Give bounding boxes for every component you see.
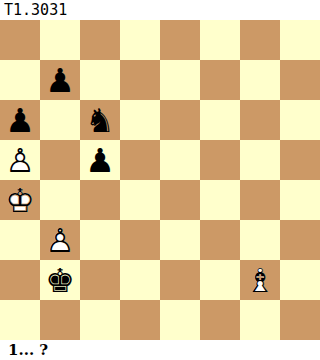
square-h7[interactable] [280,60,320,100]
square-b7[interactable]: ♟ [40,60,80,100]
chess-board: ♟♟♞♟♙♟♚♔♟♙♚♝♗ [0,20,320,340]
square-b5[interactable] [40,140,80,180]
square-f3[interactable] [200,220,240,260]
square-f4[interactable] [200,180,240,220]
piece-glyph: ♙ [0,140,40,180]
square-d7[interactable] [120,60,160,100]
square-d5[interactable] [120,140,160,180]
piece-black-pawn[interactable]: ♟ [40,60,80,100]
square-a5[interactable]: ♟♙ [0,140,40,180]
puzzle-id: T1.3031 [0,0,320,20]
piece-glyph: ♗ [240,260,280,300]
square-g2[interactable]: ♝♗ [240,260,280,300]
square-e6[interactable] [160,100,200,140]
square-h8[interactable] [280,20,320,60]
square-g7[interactable] [240,60,280,100]
square-a7[interactable] [0,60,40,100]
square-e5[interactable] [160,140,200,180]
square-e2[interactable] [160,260,200,300]
piece-glyph: ♔ [0,180,40,220]
square-f7[interactable] [200,60,240,100]
square-d8[interactable] [120,20,160,60]
square-f2[interactable] [200,260,240,300]
piece-black-knight[interactable]: ♞ [80,100,120,140]
square-f1[interactable] [200,300,240,340]
square-c1[interactable] [80,300,120,340]
square-g4[interactable] [240,180,280,220]
square-c6[interactable]: ♞ [80,100,120,140]
square-c5[interactable]: ♟ [80,140,120,180]
square-b2[interactable]: ♚ [40,260,80,300]
square-h3[interactable] [280,220,320,260]
square-g5[interactable] [240,140,280,180]
square-h2[interactable] [280,260,320,300]
square-g3[interactable] [240,220,280,260]
square-h4[interactable] [280,180,320,220]
square-a2[interactable] [0,260,40,300]
piece-white-pawn[interactable]: ♟♙ [40,220,80,260]
chess-puzzle-diagram: T1.3031 ♟♟♞♟♙♟♚♔♟♙♚♝♗ 1... ? [0,0,320,360]
piece-black-pawn[interactable]: ♟ [0,100,40,140]
square-b1[interactable] [40,300,80,340]
square-b8[interactable] [40,20,80,60]
piece-white-pawn[interactable]: ♟♙ [0,140,40,180]
square-b4[interactable] [40,180,80,220]
square-c2[interactable] [80,260,120,300]
square-c4[interactable] [80,180,120,220]
square-d6[interactable] [120,100,160,140]
square-f8[interactable] [200,20,240,60]
piece-glyph: ♟ [80,140,120,180]
square-d2[interactable] [120,260,160,300]
square-e7[interactable] [160,60,200,100]
square-g1[interactable] [240,300,280,340]
square-d4[interactable] [120,180,160,220]
square-e3[interactable] [160,220,200,260]
square-f6[interactable] [200,100,240,140]
piece-glyph: ♞ [80,100,120,140]
square-e4[interactable] [160,180,200,220]
piece-white-bishop[interactable]: ♝♗ [240,260,280,300]
square-e1[interactable] [160,300,200,340]
square-h6[interactable] [280,100,320,140]
square-f5[interactable] [200,140,240,180]
piece-glyph: ♙ [40,220,80,260]
square-e8[interactable] [160,20,200,60]
square-a6[interactable]: ♟ [0,100,40,140]
piece-glyph: ♚ [40,260,80,300]
square-h1[interactable] [280,300,320,340]
move-prompt: 1... ? [0,340,320,360]
square-d3[interactable] [120,220,160,260]
square-b6[interactable] [40,100,80,140]
square-h5[interactable] [280,140,320,180]
square-a3[interactable] [0,220,40,260]
square-g6[interactable] [240,100,280,140]
square-c3[interactable] [80,220,120,260]
piece-glyph: ♟ [0,100,40,140]
square-a8[interactable] [0,20,40,60]
piece-black-pawn[interactable]: ♟ [80,140,120,180]
square-a1[interactable] [0,300,40,340]
square-g8[interactable] [240,20,280,60]
square-a4[interactable]: ♚♔ [0,180,40,220]
square-c8[interactable] [80,20,120,60]
piece-glyph: ♟ [40,60,80,100]
square-d1[interactable] [120,300,160,340]
square-b3[interactable]: ♟♙ [40,220,80,260]
square-c7[interactable] [80,60,120,100]
piece-white-king[interactable]: ♚♔ [0,180,40,220]
piece-black-king[interactable]: ♚ [40,260,80,300]
